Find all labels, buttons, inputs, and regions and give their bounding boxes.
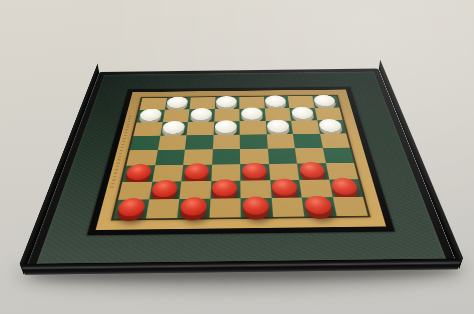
checker-white[interactable] xyxy=(313,95,336,106)
checker-red[interactable] xyxy=(151,180,178,197)
checker-white[interactable] xyxy=(265,95,287,106)
square-r5c2[interactable] xyxy=(155,150,185,166)
square-r6c3[interactable] xyxy=(181,165,211,182)
cork-margin xyxy=(96,89,387,230)
square-r3c1 xyxy=(133,122,162,136)
square-r8c6 xyxy=(271,198,304,217)
square-r8c2 xyxy=(145,199,179,218)
square-r8c7[interactable] xyxy=(302,197,336,216)
checker-white[interactable] xyxy=(291,107,314,119)
square-r7c1 xyxy=(118,182,152,200)
square-r6c8 xyxy=(325,163,358,180)
square-r6c4 xyxy=(211,164,240,181)
square-r5c1 xyxy=(126,150,157,166)
square-r8c3[interactable] xyxy=(177,199,210,218)
checker-red[interactable] xyxy=(116,198,146,216)
checker-white[interactable] xyxy=(267,120,290,133)
perspective-scene xyxy=(0,0,474,314)
square-r2c5[interactable] xyxy=(239,108,265,121)
square-r4c5[interactable] xyxy=(240,134,268,149)
scene-rotation xyxy=(0,0,474,314)
square-r4c7[interactable] xyxy=(293,134,322,149)
checker-red[interactable] xyxy=(242,196,269,214)
square-r6c5[interactable] xyxy=(240,164,270,181)
square-r4c2 xyxy=(157,135,186,150)
checker-red[interactable] xyxy=(272,179,299,196)
square-r6c6 xyxy=(269,164,300,181)
square-r1c6[interactable] xyxy=(263,96,289,108)
square-r1c2[interactable] xyxy=(165,97,191,109)
board-grid xyxy=(114,96,368,219)
square-r4c8 xyxy=(320,133,350,148)
square-r3c2[interactable] xyxy=(160,122,188,136)
square-r6c1[interactable] xyxy=(122,165,154,182)
square-r8c1[interactable] xyxy=(114,199,149,218)
square-r1c8[interactable] xyxy=(312,96,339,108)
checker-white[interactable] xyxy=(216,96,237,108)
square-r5c8[interactable] xyxy=(322,148,354,164)
square-r5c6[interactable] xyxy=(267,148,297,164)
checker-red[interactable] xyxy=(179,197,206,215)
square-r4c3[interactable] xyxy=(185,135,213,150)
square-r3c5 xyxy=(240,121,267,135)
square-r6c2 xyxy=(152,165,183,182)
square-r7c2[interactable] xyxy=(149,181,182,199)
square-r7c7 xyxy=(299,180,332,198)
checker-white[interactable] xyxy=(318,119,343,132)
square-r3c6[interactable] xyxy=(265,121,293,135)
square-r5c7 xyxy=(295,148,326,164)
checker-red[interactable] xyxy=(330,178,359,195)
checkers-board xyxy=(24,69,460,275)
checker-red[interactable] xyxy=(303,196,332,214)
checker-white[interactable] xyxy=(190,108,212,120)
checker-red[interactable] xyxy=(183,163,208,179)
checker-white[interactable] xyxy=(162,121,186,134)
square-r3c8[interactable] xyxy=(317,120,346,134)
square-r3c7 xyxy=(291,120,319,134)
checker-white[interactable] xyxy=(215,120,237,133)
square-r3c4[interactable] xyxy=(213,121,240,135)
photo-backdrop xyxy=(0,0,474,314)
checker-red[interactable] xyxy=(212,179,237,196)
square-r8c4 xyxy=(209,198,241,217)
square-r4c1[interactable] xyxy=(130,136,160,151)
square-r7c8[interactable] xyxy=(329,179,363,197)
square-r4c6 xyxy=(266,134,295,149)
checker-red[interactable] xyxy=(125,164,152,180)
playing-field-outline xyxy=(111,95,371,221)
square-r2c3[interactable] xyxy=(188,109,214,122)
square-r5c5 xyxy=(240,149,269,165)
square-r6c7[interactable] xyxy=(297,163,329,180)
square-r5c3 xyxy=(183,149,212,165)
square-r7c5 xyxy=(240,180,271,198)
square-r8c5[interactable] xyxy=(241,198,273,217)
square-r8c8 xyxy=(332,197,368,216)
square-r5c4[interactable] xyxy=(212,149,240,165)
checker-red[interactable] xyxy=(299,162,326,178)
checker-white[interactable] xyxy=(166,97,188,109)
square-r4c4 xyxy=(212,135,239,150)
square-r1c4[interactable] xyxy=(214,97,239,109)
square-r3c3 xyxy=(187,122,214,136)
checker-red[interactable] xyxy=(242,163,267,179)
square-r2c7[interactable] xyxy=(289,108,316,121)
square-r7c4[interactable] xyxy=(210,181,241,199)
square-r7c3 xyxy=(179,181,210,199)
checker-white[interactable] xyxy=(241,107,263,119)
checker-white[interactable] xyxy=(139,109,163,121)
square-r7c6[interactable] xyxy=(270,180,302,198)
square-r2c1[interactable] xyxy=(137,110,165,123)
